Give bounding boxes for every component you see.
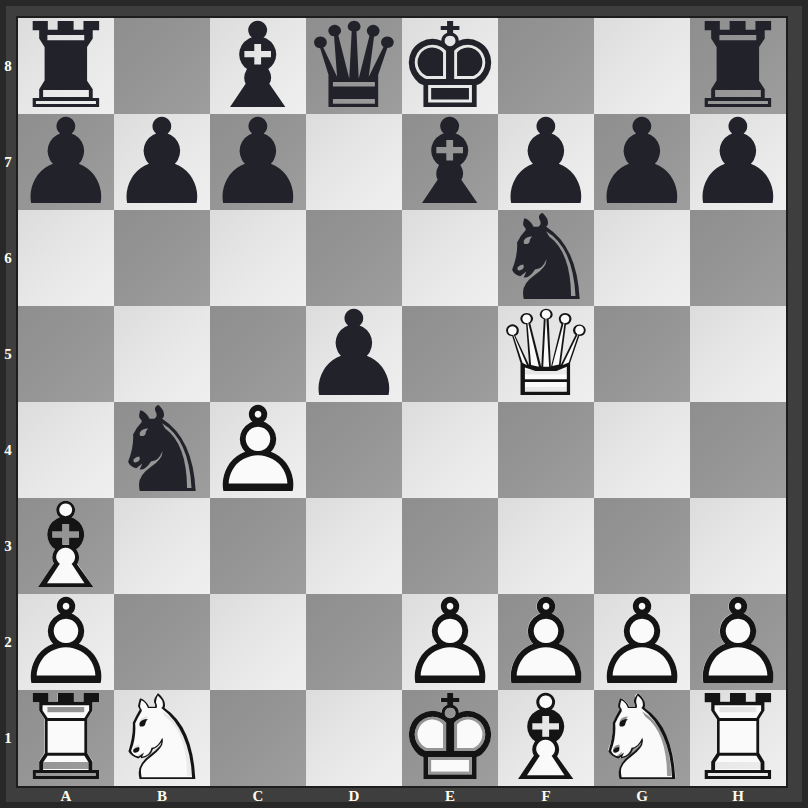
- black-queen-glyph: ♛: [301, 7, 407, 125]
- piece-white-pawn[interactable]: ♟♙: [402, 594, 498, 690]
- square-a4[interactable]: [18, 402, 114, 498]
- white-pawn-glyph: ♟: [397, 583, 503, 701]
- black-pawn-glyph: ♟: [109, 103, 215, 221]
- black-rook-glyph: ♜: [685, 7, 791, 125]
- piece-white-pawn[interactable]: ♟♙: [690, 594, 786, 690]
- file-label-e: E: [402, 786, 498, 808]
- white-king-glyph: ♚: [397, 679, 503, 797]
- file-label-f: F: [498, 786, 594, 808]
- square-b6[interactable]: [114, 210, 210, 306]
- rank-label-6: 6: [0, 210, 16, 306]
- square-e1[interactable]: ♚♔: [402, 690, 498, 786]
- square-b4[interactable]: ♞: [114, 402, 210, 498]
- square-e5[interactable]: [402, 306, 498, 402]
- file-label-d: D: [306, 786, 402, 808]
- piece-black-pawn[interactable]: ♟: [498, 114, 594, 210]
- black-pawn-glyph: ♟: [13, 103, 119, 221]
- piece-white-queen[interactable]: ♛♕: [498, 306, 594, 402]
- piece-white-knight[interactable]: ♞♘: [594, 690, 690, 786]
- square-d4[interactable]: [306, 402, 402, 498]
- square-h6[interactable]: [690, 210, 786, 306]
- black-pawn-glyph: ♟: [589, 103, 695, 221]
- square-c6[interactable]: [210, 210, 306, 306]
- white-rook-outline-glyph: ♖: [685, 679, 791, 797]
- square-h1[interactable]: ♜♖: [690, 690, 786, 786]
- square-a1[interactable]: ♜♖: [18, 690, 114, 786]
- white-rook-outline-glyph: ♖: [13, 679, 119, 797]
- file-label-h: H: [690, 786, 786, 808]
- white-pawn-glyph: ♟: [13, 583, 119, 701]
- piece-white-rook[interactable]: ♜♖: [690, 690, 786, 786]
- black-king-glyph: ♚: [397, 7, 503, 125]
- square-g5[interactable]: [594, 306, 690, 402]
- white-knight-glyph: ♞: [589, 679, 695, 797]
- square-e7[interactable]: ♝: [402, 114, 498, 210]
- white-pawn-glyph: ♟: [589, 583, 695, 701]
- white-pawn-outline-glyph: ♙: [589, 583, 695, 701]
- square-b5[interactable]: [114, 306, 210, 402]
- square-f5[interactable]: ♛♕: [498, 306, 594, 402]
- rank-label-1: 1: [0, 690, 16, 786]
- piece-black-king[interactable]: ♚: [402, 18, 498, 114]
- rank-label-4: 4: [0, 402, 16, 498]
- square-g2[interactable]: ♟♙: [594, 594, 690, 690]
- square-c2[interactable]: [210, 594, 306, 690]
- file-label-a: A: [18, 786, 114, 808]
- square-c4[interactable]: ♟♙: [210, 402, 306, 498]
- square-a5[interactable]: [18, 306, 114, 402]
- square-g4[interactable]: [594, 402, 690, 498]
- white-rook-glyph: ♜: [13, 679, 119, 797]
- piece-white-bishop[interactable]: ♝♗: [18, 498, 114, 594]
- piece-white-pawn[interactable]: ♟♙: [18, 594, 114, 690]
- white-pawn-outline-glyph: ♙: [685, 583, 791, 701]
- square-a7[interactable]: ♟: [18, 114, 114, 210]
- square-b2[interactable]: [114, 594, 210, 690]
- piece-white-pawn[interactable]: ♟♙: [498, 594, 594, 690]
- piece-black-pawn[interactable]: ♟: [210, 114, 306, 210]
- square-c5[interactable]: [210, 306, 306, 402]
- piece-white-king[interactable]: ♚♔: [402, 690, 498, 786]
- black-bishop-glyph: ♝: [397, 103, 503, 221]
- square-b3[interactable]: [114, 498, 210, 594]
- square-h3[interactable]: [690, 498, 786, 594]
- square-d3[interactable]: [306, 498, 402, 594]
- black-pawn-glyph: ♟: [205, 103, 311, 221]
- piece-black-queen[interactable]: ♛: [306, 18, 402, 114]
- square-f3[interactable]: [498, 498, 594, 594]
- square-a2[interactable]: ♟♙: [18, 594, 114, 690]
- piece-white-bishop[interactable]: ♝♗: [498, 690, 594, 786]
- square-b1[interactable]: ♞♘: [114, 690, 210, 786]
- square-d8[interactable]: ♛: [306, 18, 402, 114]
- square-c3[interactable]: [210, 498, 306, 594]
- square-d7[interactable]: [306, 114, 402, 210]
- piece-black-rook[interactable]: ♜: [690, 18, 786, 114]
- rank-labels: 87654321: [0, 18, 16, 786]
- black-bishop-glyph: ♝: [205, 7, 311, 125]
- white-pawn-outline-glyph: ♙: [397, 583, 503, 701]
- piece-black-pawn[interactable]: ♟: [594, 114, 690, 210]
- piece-black-pawn[interactable]: ♟: [306, 306, 402, 402]
- square-b7[interactable]: ♟: [114, 114, 210, 210]
- white-pawn-glyph: ♟: [205, 391, 311, 509]
- white-bishop-glyph: ♝: [13, 487, 119, 605]
- rank-label-2: 2: [0, 594, 16, 690]
- piece-white-pawn[interactable]: ♟♙: [210, 402, 306, 498]
- piece-white-pawn[interactable]: ♟♙: [594, 594, 690, 690]
- square-f6[interactable]: ♞: [498, 210, 594, 306]
- square-f4[interactable]: [498, 402, 594, 498]
- black-knight-glyph: ♞: [493, 199, 599, 317]
- square-e8[interactable]: ♚: [402, 18, 498, 114]
- white-bishop-glyph: ♝: [493, 679, 599, 797]
- chess-diagram: 87654321 ABCDEFGH ♜♝♛♚♜♟♟♟♝♟♟♟♞♟♛♕♞♟♙♝♗♟…: [0, 0, 808, 808]
- square-d6[interactable]: [306, 210, 402, 306]
- file-label-b: B: [114, 786, 210, 808]
- square-h5[interactable]: [690, 306, 786, 402]
- square-g7[interactable]: ♟: [594, 114, 690, 210]
- square-c1[interactable]: [210, 690, 306, 786]
- square-e4[interactable]: [402, 402, 498, 498]
- white-pawn-glyph: ♟: [685, 583, 791, 701]
- white-queen-glyph: ♛: [493, 295, 599, 413]
- white-pawn-outline-glyph: ♙: [493, 583, 599, 701]
- white-pawn-outline-glyph: ♙: [13, 583, 119, 701]
- square-g3[interactable]: [594, 498, 690, 594]
- square-f7[interactable]: ♟: [498, 114, 594, 210]
- chess-board: ♜♝♛♚♜♟♟♟♝♟♟♟♞♟♛♕♞♟♙♝♗♟♙♟♙♟♙♟♙♟♙♜♖♞♘♚♔♝♗♞…: [16, 16, 788, 788]
- piece-black-pawn[interactable]: ♟: [114, 114, 210, 210]
- white-pawn-outline-glyph: ♙: [205, 391, 311, 509]
- square-d1[interactable]: [306, 690, 402, 786]
- white-queen-outline-glyph: ♕: [493, 295, 599, 413]
- piece-white-knight[interactable]: ♞♘: [114, 690, 210, 786]
- piece-black-bishop[interactable]: ♝: [210, 18, 306, 114]
- black-pawn-glyph: ♟: [493, 103, 599, 221]
- square-a3[interactable]: ♝♗: [18, 498, 114, 594]
- white-knight-glyph: ♞: [109, 679, 215, 797]
- file-label-c: C: [210, 786, 306, 808]
- square-d5[interactable]: ♟: [306, 306, 402, 402]
- square-e2[interactable]: ♟♙: [402, 594, 498, 690]
- black-knight-glyph: ♞: [109, 391, 215, 509]
- square-h2[interactable]: ♟♙: [690, 594, 786, 690]
- square-f1[interactable]: ♝♗: [498, 690, 594, 786]
- square-d2[interactable]: [306, 594, 402, 690]
- square-e6[interactable]: [402, 210, 498, 306]
- rank-label-7: 7: [0, 114, 16, 210]
- square-h8[interactable]: ♜: [690, 18, 786, 114]
- square-a6[interactable]: [18, 210, 114, 306]
- white-king-outline-glyph: ♔: [397, 679, 503, 797]
- piece-black-rook[interactable]: ♜: [18, 18, 114, 114]
- square-e3[interactable]: [402, 498, 498, 594]
- white-bishop-outline-glyph: ♗: [493, 679, 599, 797]
- file-label-g: G: [594, 786, 690, 808]
- black-pawn-glyph: ♟: [685, 103, 791, 221]
- black-rook-glyph: ♜: [13, 7, 119, 125]
- square-g1[interactable]: ♞♘: [594, 690, 690, 786]
- white-pawn-glyph: ♟: [493, 583, 599, 701]
- white-knight-outline-glyph: ♘: [589, 679, 695, 797]
- square-c7[interactable]: ♟: [210, 114, 306, 210]
- square-h7[interactable]: ♟: [690, 114, 786, 210]
- square-f8[interactable]: [498, 18, 594, 114]
- piece-white-rook[interactable]: ♜♖: [18, 690, 114, 786]
- square-g8[interactable]: [594, 18, 690, 114]
- rank-label-5: 5: [0, 306, 16, 402]
- square-f2[interactable]: ♟♙: [498, 594, 594, 690]
- white-bishop-outline-glyph: ♗: [13, 487, 119, 605]
- rank-label-8: 8: [0, 18, 16, 114]
- black-pawn-glyph: ♟: [301, 295, 407, 413]
- square-a8[interactable]: ♜: [18, 18, 114, 114]
- piece-black-bishop[interactable]: ♝: [402, 114, 498, 210]
- piece-black-knight[interactable]: ♞: [114, 402, 210, 498]
- piece-black-pawn[interactable]: ♟: [18, 114, 114, 210]
- square-h4[interactable]: [690, 402, 786, 498]
- file-labels: ABCDEFGH: [18, 786, 786, 808]
- square-b8[interactable]: [114, 18, 210, 114]
- square-g6[interactable]: [594, 210, 690, 306]
- rank-label-3: 3: [0, 498, 16, 594]
- square-c8[interactable]: ♝: [210, 18, 306, 114]
- piece-black-pawn[interactable]: ♟: [690, 114, 786, 210]
- white-knight-outline-glyph: ♘: [109, 679, 215, 797]
- piece-black-knight[interactable]: ♞: [498, 210, 594, 306]
- white-rook-glyph: ♜: [685, 679, 791, 797]
